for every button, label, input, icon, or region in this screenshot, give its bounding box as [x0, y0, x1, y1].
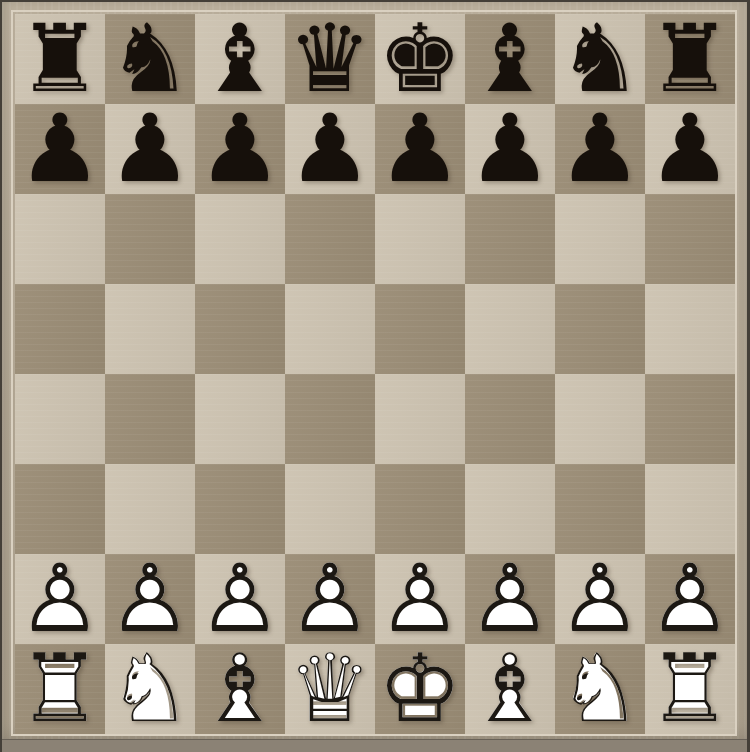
white-pawn-outline: ♙: [105, 554, 195, 644]
square-f6[interactable]: [465, 194, 555, 284]
square-e6[interactable]: [375, 194, 465, 284]
square-g6[interactable]: [555, 194, 645, 284]
square-g2[interactable]: ♟♙: [555, 554, 645, 644]
square-b8[interactable]: ♞: [105, 14, 195, 104]
square-h1[interactable]: ♜♖: [645, 644, 735, 734]
white-bishop-outline: ♗: [195, 644, 285, 734]
square-g7[interactable]: ♟: [555, 104, 645, 194]
black-pawn-glyph: ♟: [285, 104, 375, 194]
white-queen-outline: ♕: [285, 644, 375, 734]
black-pawn-glyph: ♟: [15, 104, 105, 194]
square-c7[interactable]: ♟: [195, 104, 285, 194]
square-c5[interactable]: [195, 284, 285, 374]
white-rook[interactable]: ♜♖: [15, 644, 105, 734]
square-d7[interactable]: ♟: [285, 104, 375, 194]
black-pawn[interactable]: ♟: [105, 104, 195, 194]
square-b7[interactable]: ♟: [105, 104, 195, 194]
white-bishop-outline: ♗: [465, 644, 555, 734]
black-pawn-glyph: ♟: [555, 104, 645, 194]
square-g4[interactable]: [555, 374, 645, 464]
square-h3[interactable]: [645, 464, 735, 554]
white-pawn[interactable]: ♟♙: [645, 554, 735, 644]
black-pawn-glyph: ♟: [195, 104, 285, 194]
black-pawn[interactable]: ♟: [15, 104, 105, 194]
square-f8[interactable]: ♝: [465, 14, 555, 104]
white-pawn[interactable]: ♟♙: [105, 554, 195, 644]
white-pawn-outline: ♙: [375, 554, 465, 644]
square-d2[interactable]: ♟♙: [285, 554, 375, 644]
square-c1[interactable]: ♝♗: [195, 644, 285, 734]
white-rook[interactable]: ♜♖: [645, 644, 735, 734]
square-h2[interactable]: ♟♙: [645, 554, 735, 644]
square-e4[interactable]: [375, 374, 465, 464]
square-h8[interactable]: ♜: [645, 14, 735, 104]
square-g5[interactable]: [555, 284, 645, 374]
white-pawn-outline: ♙: [645, 554, 735, 644]
square-f2[interactable]: ♟♙: [465, 554, 555, 644]
black-rook[interactable]: ♜: [645, 14, 735, 104]
white-king-outline: ♔: [375, 644, 465, 734]
square-a1[interactable]: ♜♖: [15, 644, 105, 734]
white-pawn-outline: ♙: [195, 554, 285, 644]
white-pawn-outline: ♙: [555, 554, 645, 644]
black-knight[interactable]: ♞: [555, 14, 645, 104]
white-pawn[interactable]: ♟♙: [15, 554, 105, 644]
square-a5[interactable]: [15, 284, 105, 374]
square-d3[interactable]: [285, 464, 375, 554]
white-pawn[interactable]: ♟♙: [285, 554, 375, 644]
white-pawn[interactable]: ♟♙: [375, 554, 465, 644]
square-b4[interactable]: [105, 374, 195, 464]
white-knight[interactable]: ♞♘: [105, 644, 195, 734]
white-queen[interactable]: ♛♕: [285, 644, 375, 734]
white-rook-outline: ♖: [15, 644, 105, 734]
white-pawn-outline: ♙: [15, 554, 105, 644]
square-c6[interactable]: [195, 194, 285, 284]
black-pawn-glyph: ♟: [645, 104, 735, 194]
white-pawn[interactable]: ♟♙: [555, 554, 645, 644]
square-b3[interactable]: [105, 464, 195, 554]
white-pawn[interactable]: ♟♙: [465, 554, 555, 644]
square-h6[interactable]: [645, 194, 735, 284]
square-e5[interactable]: [375, 284, 465, 374]
square-h5[interactable]: [645, 284, 735, 374]
square-e8[interactable]: ♚: [375, 14, 465, 104]
square-c2[interactable]: ♟♙: [195, 554, 285, 644]
square-e2[interactable]: ♟♙: [375, 554, 465, 644]
black-pawn-glyph: ♟: [105, 104, 195, 194]
square-h4[interactable]: [645, 374, 735, 464]
square-a3[interactable]: [15, 464, 105, 554]
square-a8[interactable]: ♜: [15, 14, 105, 104]
square-h7[interactable]: ♟: [645, 104, 735, 194]
square-a7[interactable]: ♟: [15, 104, 105, 194]
black-knight-glyph: ♞: [555, 14, 645, 104]
black-bishop-glyph: ♝: [195, 14, 285, 104]
square-a6[interactable]: [15, 194, 105, 284]
white-pawn-outline: ♙: [285, 554, 375, 644]
black-bishop[interactable]: ♝: [195, 14, 285, 104]
square-d8[interactable]: ♛: [285, 14, 375, 104]
black-bishop-glyph: ♝: [465, 14, 555, 104]
square-g8[interactable]: ♞: [555, 14, 645, 104]
black-king-glyph: ♚: [375, 14, 465, 104]
square-g1[interactable]: ♞♘: [555, 644, 645, 734]
square-c4[interactable]: [195, 374, 285, 464]
black-rook-glyph: ♜: [645, 14, 735, 104]
white-rook-outline: ♖: [645, 644, 735, 734]
black-pawn[interactable]: ♟: [375, 104, 465, 194]
square-d1[interactable]: ♛♕: [285, 644, 375, 734]
square-c3[interactable]: [195, 464, 285, 554]
white-king[interactable]: ♚♔: [375, 644, 465, 734]
square-g3[interactable]: [555, 464, 645, 554]
square-b5[interactable]: [105, 284, 195, 374]
black-rook-glyph: ♜: [15, 14, 105, 104]
black-pawn[interactable]: ♟: [645, 104, 735, 194]
square-f5[interactable]: [465, 284, 555, 374]
square-b2[interactable]: ♟♙: [105, 554, 195, 644]
black-king[interactable]: ♚: [375, 14, 465, 104]
square-a4[interactable]: [15, 374, 105, 464]
square-e1[interactable]: ♚♔: [375, 644, 465, 734]
square-c8[interactable]: ♝: [195, 14, 285, 104]
white-bishop[interactable]: ♝♗: [465, 644, 555, 734]
black-rook[interactable]: ♜: [15, 14, 105, 104]
black-bishop[interactable]: ♝: [465, 14, 555, 104]
square-e7[interactable]: ♟: [375, 104, 465, 194]
black-pawn[interactable]: ♟: [555, 104, 645, 194]
chessboard-screen: ♜♞♝♛♚♝♞♜♟♟♟♟♟♟♟♟♟♙♟♙♟♙♟♙♟♙♟♙♟♙♟♙♜♖♞♘♝♗♛♕…: [0, 0, 750, 752]
square-f3[interactable]: [465, 464, 555, 554]
black-pawn[interactable]: ♟: [465, 104, 555, 194]
black-queen[interactable]: ♛: [285, 14, 375, 104]
white-knight[interactable]: ♞♘: [555, 644, 645, 734]
square-d4[interactable]: [285, 374, 375, 464]
white-knight-outline: ♘: [555, 644, 645, 734]
chess-board: ♜♞♝♛♚♝♞♜♟♟♟♟♟♟♟♟♟♙♟♙♟♙♟♙♟♙♟♙♟♙♟♙♜♖♞♘♝♗♛♕…: [15, 14, 735, 734]
white-pawn[interactable]: ♟♙: [195, 554, 285, 644]
square-f4[interactable]: [465, 374, 555, 464]
square-d6[interactable]: [285, 194, 375, 284]
square-b6[interactable]: [105, 194, 195, 284]
black-queen-glyph: ♛: [285, 14, 375, 104]
square-d5[interactable]: [285, 284, 375, 374]
square-b1[interactable]: ♞♘: [105, 644, 195, 734]
black-pawn-glyph: ♟: [465, 104, 555, 194]
white-pawn-outline: ♙: [465, 554, 555, 644]
square-f7[interactable]: ♟: [465, 104, 555, 194]
black-knight[interactable]: ♞: [105, 14, 195, 104]
white-bishop[interactable]: ♝♗: [195, 644, 285, 734]
white-knight-outline: ♘: [105, 644, 195, 734]
black-pawn[interactable]: ♟: [195, 104, 285, 194]
black-pawn-glyph: ♟: [375, 104, 465, 194]
black-pawn[interactable]: ♟: [285, 104, 375, 194]
square-f1[interactable]: ♝♗: [465, 644, 555, 734]
black-knight-glyph: ♞: [105, 14, 195, 104]
square-a2[interactable]: ♟♙: [15, 554, 105, 644]
square-e3[interactable]: [375, 464, 465, 554]
